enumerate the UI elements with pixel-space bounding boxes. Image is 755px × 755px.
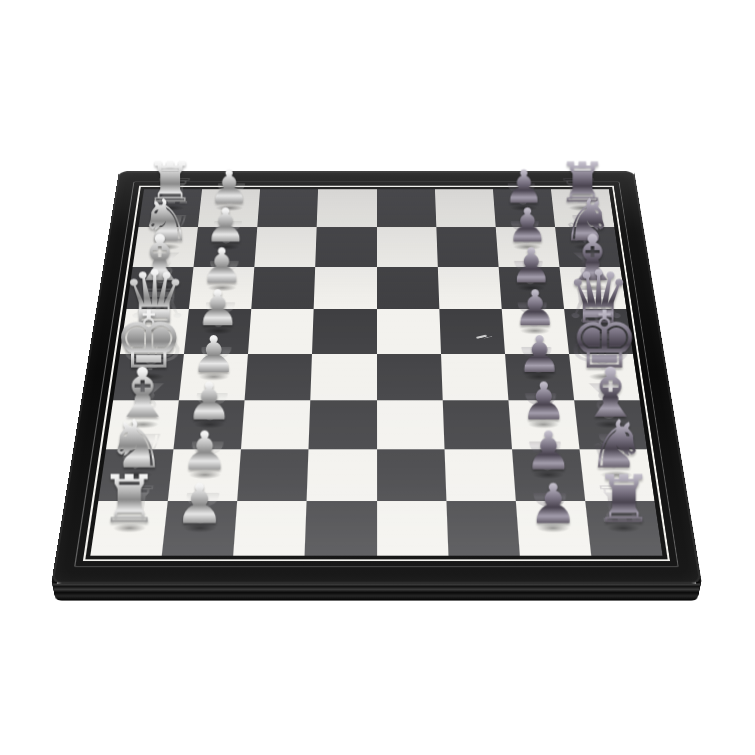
board-front-edge	[52, 584, 700, 601]
piece-layer: ♜♜♟♟♟♟♜♜♞♞♟♟♟♟♞♞♝♝♟♟♟♟♝♝♛♛♟♟♟♟♛♛♚♚♟♟♟♟♚♚…	[51, 171, 702, 583]
chess-board: ♜♜♟♟♟♟♜♜♞♞♟♟♟♟♞♞♝♝♟♟♟♟♝♝♛♛♟♟♟♟♛♛♚♚♟♟♟♟♚♚…	[51, 171, 702, 583]
chess-set-photo: ♜♜♟♟♟♟♜♜♞♞♟♟♟♟♞♞♝♝♟♟♟♟♝♝♛♛♟♟♟♟♛♛♚♚♟♟♟♟♚♚…	[89, 66, 664, 641]
white-pawn-icon: ♟	[150, 476, 249, 531]
black-rook-icon: ♜	[574, 465, 673, 531]
